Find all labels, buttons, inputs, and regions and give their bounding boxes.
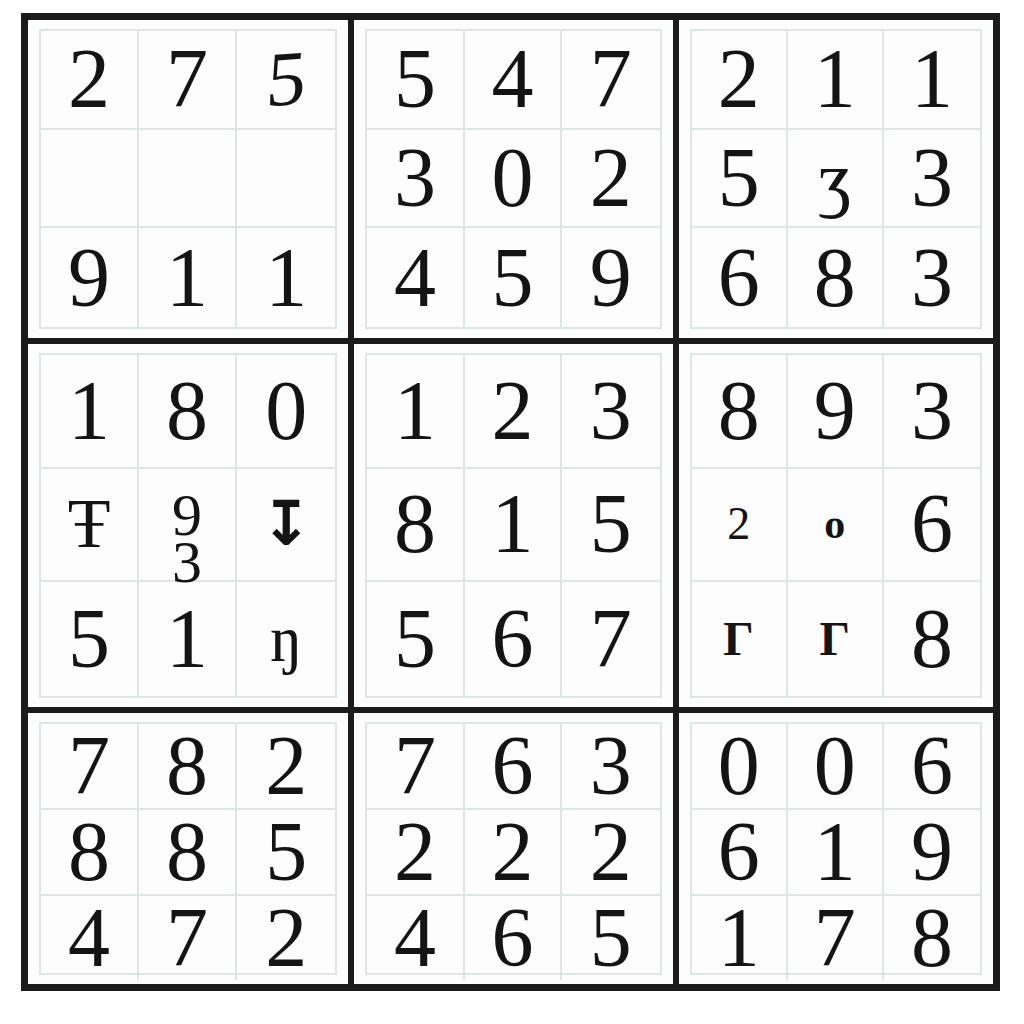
cell-r5c4[interactable]: 8	[367, 469, 464, 583]
digit-glyph: 5	[590, 896, 632, 980]
digit-glyph: 2	[68, 37, 110, 121]
cell-r4c5[interactable]: 2	[465, 355, 562, 469]
cell-r9c4[interactable]: 4	[367, 896, 464, 980]
digit-glyph: 2	[265, 896, 307, 980]
cell-r9c9[interactable]: 8	[884, 896, 980, 980]
cell-r8c6[interactable]: 2	[562, 810, 659, 896]
digit-glyph: 1	[166, 236, 208, 320]
cell-r6c3[interactable]: ŋ	[237, 582, 335, 696]
cell-r8c2[interactable]: 8	[139, 810, 237, 896]
digit-glyph: 7	[166, 37, 208, 121]
cell-r3c3[interactable]: 1	[237, 228, 335, 327]
cell-r7c3[interactable]: 2	[237, 724, 335, 810]
sudoku-board: 2759115473024592115ʒ3683180Ŧ9 3↧51ŋ12381…	[21, 13, 1000, 991]
digit-glyph: 1	[718, 896, 760, 980]
digit-glyph: 7	[590, 37, 632, 121]
box-r1c1: 275911	[25, 17, 351, 341]
cell-r1c2[interactable]: 7	[139, 31, 237, 130]
cell-r7c1[interactable]: 7	[41, 724, 139, 810]
cell-r1c5[interactable]: 4	[465, 31, 562, 130]
digit-glyph: 6	[718, 810, 760, 894]
cell-r2c3-empty[interactable]	[237, 130, 335, 229]
digit-glyph: 5	[718, 136, 760, 220]
cell-r4c6[interactable]: 3	[562, 355, 659, 469]
digit-glyph: 7	[166, 896, 208, 980]
digit-glyph: 0	[491, 136, 533, 220]
digit-glyph: 2	[590, 136, 632, 220]
digit-glyph: 4	[68, 896, 110, 980]
digit-glyph: 3	[911, 369, 953, 453]
cell-r8c7[interactable]: 6	[692, 810, 788, 896]
cell-r1c8[interactable]: 1	[788, 31, 884, 130]
digit-glyph: 7	[814, 896, 856, 980]
digit-glyph: ʒ	[818, 141, 851, 215]
cell-r9c2[interactable]: 7	[139, 896, 237, 980]
box-inner-grid: 123815567	[365, 353, 661, 698]
digit-glyph: Γ	[723, 615, 754, 663]
box-r3c3: 006619178	[676, 710, 996, 987]
cell-r9c8[interactable]: 7	[788, 896, 884, 980]
cell-r4c4[interactable]: 1	[367, 355, 464, 469]
cell-r5c9[interactable]: 6	[884, 469, 980, 583]
digit-glyph: 5	[590, 482, 632, 566]
digit-glyph: 8	[394, 482, 436, 566]
digit-glyph: 1	[166, 597, 208, 681]
digit-glyph: 8	[68, 810, 110, 894]
digit-glyph: o	[824, 503, 845, 545]
digit-glyph: 9 3	[172, 492, 202, 586]
cell-r4c9[interactable]: 3	[884, 355, 980, 469]
digit-glyph: 4	[394, 896, 436, 980]
cell-r6c6[interactable]: 7	[562, 582, 659, 696]
digit-glyph: 1	[265, 236, 307, 320]
digit-glyph: 3	[911, 236, 953, 320]
cell-r4c3[interactable]: 0	[237, 355, 335, 469]
digit-glyph: 2	[491, 810, 533, 894]
digit-glyph: 3	[911, 136, 953, 220]
cell-r1c1[interactable]: 2	[41, 31, 139, 130]
cell-r8c9[interactable]: 9	[884, 810, 980, 896]
cell-r3c2[interactable]: 1	[139, 228, 237, 327]
box-inner-grid: 782885472	[39, 722, 337, 975]
box-inner-grid: 180Ŧ9 3↧51ŋ	[39, 353, 337, 698]
cell-r2c1-empty[interactable]	[41, 130, 139, 229]
digit-glyph: 6	[491, 724, 533, 808]
digit-glyph: 9	[814, 369, 856, 453]
cell-r8c4[interactable]: 2	[367, 810, 464, 896]
digit-glyph: 8	[166, 810, 208, 894]
digit-glyph: 5	[265, 810, 307, 894]
cell-r8c3[interactable]: 5	[237, 810, 335, 896]
digit-glyph: 8	[911, 896, 953, 980]
cell-r2c9[interactable]: 3	[884, 130, 980, 229]
digit-glyph: 4	[491, 37, 533, 121]
digit-glyph: 1	[911, 37, 953, 121]
digit-glyph: 8	[166, 369, 208, 453]
digit-glyph: 0	[265, 369, 307, 453]
cell-r9c1[interactable]: 4	[41, 896, 139, 980]
box-r2c1: 180Ŧ9 3↧51ŋ	[25, 341, 351, 710]
cell-r5c8[interactable]: o	[788, 469, 884, 583]
cell-r3c5[interactable]: 5	[465, 228, 562, 327]
cell-r8c8[interactable]: 1	[788, 810, 884, 896]
digit-glyph: 3	[590, 724, 632, 808]
box-r3c1: 782885472	[25, 710, 351, 987]
cell-r4c1[interactable]: 1	[41, 355, 139, 469]
digit-glyph: 1	[68, 369, 110, 453]
digit-glyph: 5	[394, 37, 436, 121]
digit-glyph: 8	[814, 236, 856, 320]
cell-r3c1[interactable]: 9	[41, 228, 139, 327]
cell-r3c7[interactable]: 6	[692, 228, 788, 327]
cell-r9c6[interactable]: 5	[562, 896, 659, 980]
digit-glyph: 5	[264, 39, 309, 120]
digit-glyph: 7	[68, 724, 110, 808]
digit-glyph: 5	[394, 597, 436, 681]
digit-glyph: 2	[491, 369, 533, 453]
cell-r1c7[interactable]: 2	[692, 31, 788, 130]
cell-r1c9[interactable]: 1	[884, 31, 980, 130]
digit-glyph: Γ	[820, 615, 851, 663]
cell-r5c5[interactable]: 1	[465, 469, 562, 583]
box-inner-grid: 8932o6ΓΓ8	[690, 353, 982, 698]
cell-r4c2[interactable]: 8	[139, 355, 237, 469]
digit-glyph: 3	[590, 369, 632, 453]
cell-r9c7[interactable]: 1	[692, 896, 788, 980]
digit-glyph: 2	[727, 501, 750, 547]
box-inner-grid: 006619178	[690, 722, 982, 975]
digit-glyph: 1	[394, 369, 436, 453]
cell-r6c9[interactable]: 8	[884, 582, 980, 696]
cell-r7c2[interactable]: 8	[139, 724, 237, 810]
cell-r2c5[interactable]: 0	[465, 130, 562, 229]
cell-r5c6[interactable]: 5	[562, 469, 659, 583]
cell-r5c1[interactable]: Ŧ	[41, 469, 139, 583]
digit-glyph: Ŧ	[68, 489, 111, 559]
cell-r1c3[interactable]: 5	[237, 31, 335, 130]
box-inner-grid: 763222465	[365, 722, 661, 975]
box-r2c2: 123815567	[351, 341, 675, 710]
cell-r1c4[interactable]: 5	[367, 31, 464, 130]
digit-glyph: 2	[265, 724, 307, 808]
box-inner-grid: 547302459	[365, 29, 661, 329]
digit-glyph: 3	[394, 136, 436, 220]
cell-r6c5[interactable]: 6	[465, 582, 562, 696]
cell-r9c3[interactable]: 2	[237, 896, 335, 980]
cell-r4c7[interactable]: 8	[692, 355, 788, 469]
digit-glyph: 9	[68, 236, 110, 320]
digit-glyph: 9	[911, 810, 953, 894]
cell-r6c1[interactable]: 5	[41, 582, 139, 696]
digit-glyph: 7	[590, 597, 632, 681]
cell-r2c4[interactable]: 3	[367, 130, 464, 229]
digit-glyph: 8	[718, 369, 760, 453]
cell-r6c4[interactable]: 5	[367, 582, 464, 696]
box-r3c2: 763222465	[351, 710, 675, 987]
digit-glyph: 6	[491, 896, 533, 980]
cell-r1c6[interactable]: 7	[562, 31, 659, 130]
box-inner-grid: 2115ʒ3683	[690, 29, 982, 329]
cell-r2c7[interactable]: 5	[692, 130, 788, 229]
box-inner-grid: 275911	[39, 29, 337, 329]
cell-r5c2[interactable]: 9 3	[139, 469, 237, 583]
cell-r6c7[interactable]: Γ	[692, 582, 788, 696]
digit-glyph: 5	[68, 597, 110, 681]
cell-r6c8[interactable]: Γ	[788, 582, 884, 696]
box-r2c3: 8932o6ΓΓ8	[676, 341, 996, 710]
cell-r7c6[interactable]: 3	[562, 724, 659, 810]
cell-r7c9[interactable]: 6	[884, 724, 980, 810]
cell-r9c5[interactable]: 6	[465, 896, 562, 980]
digit-glyph: 0	[814, 724, 856, 808]
cell-r3c9[interactable]: 3	[884, 228, 980, 327]
digit-glyph: 1	[814, 810, 856, 894]
cell-r7c8[interactable]: 0	[788, 724, 884, 810]
cell-r8c1[interactable]: 8	[41, 810, 139, 896]
digit-glyph: 6	[911, 482, 953, 566]
digit-glyph: 5	[491, 236, 533, 320]
digit-glyph: 6	[911, 724, 953, 808]
cell-r6c2[interactable]: 1	[139, 582, 237, 696]
digit-glyph: 1	[491, 482, 533, 566]
digit-glyph: 6	[491, 597, 533, 681]
cell-r2c2-empty[interactable]	[139, 130, 237, 229]
digit-glyph: 7	[394, 724, 436, 808]
cell-r2c6[interactable]: 2	[562, 130, 659, 229]
digit-glyph: 2	[590, 810, 632, 894]
cell-r3c6[interactable]: 9	[562, 228, 659, 327]
digit-glyph: 4	[394, 236, 436, 320]
digit-glyph: 6	[718, 236, 760, 320]
cell-r3c8[interactable]: 8	[788, 228, 884, 327]
cell-r5c7[interactable]: 2	[692, 469, 788, 583]
digit-glyph: ↧	[260, 493, 312, 555]
digit-glyph: 9	[590, 236, 632, 320]
digit-glyph: 8	[911, 597, 953, 681]
box-r1c3: 2115ʒ3683	[676, 17, 996, 341]
digit-glyph: 0	[718, 724, 760, 808]
cell-r7c4[interactable]: 7	[367, 724, 464, 810]
digit-glyph: 2	[394, 810, 436, 894]
digit-glyph: ŋ	[270, 606, 303, 672]
cell-r2c8[interactable]: ʒ	[788, 130, 884, 229]
box-r1c2: 547302459	[351, 17, 675, 341]
cell-r4c8[interactable]: 9	[788, 355, 884, 469]
digit-glyph: 1	[814, 37, 856, 121]
cell-r5c3[interactable]: ↧	[237, 469, 335, 583]
cell-r3c4[interactable]: 4	[367, 228, 464, 327]
digit-glyph: 8	[166, 724, 208, 808]
cell-r8c5[interactable]: 2	[465, 810, 562, 896]
digit-glyph: 2	[718, 37, 760, 121]
cell-r7c7[interactable]: 0	[692, 724, 788, 810]
cell-r7c5[interactable]: 6	[465, 724, 562, 810]
